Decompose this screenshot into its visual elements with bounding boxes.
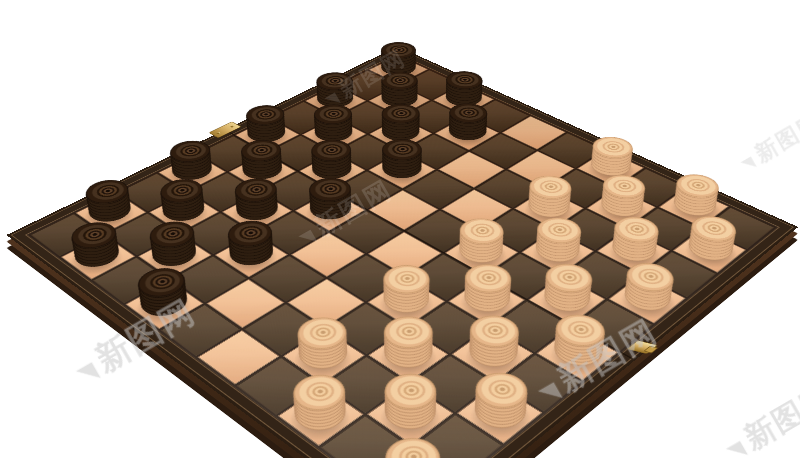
- dark-piece[interactable]: [221, 237, 282, 274]
- dark-piece[interactable]: [374, 155, 429, 185]
- light-piece[interactable]: [375, 453, 451, 458]
- photo-scene: [0, 0, 800, 458]
- dark-piece[interactable]: [67, 239, 128, 276]
- board-grid: [28, 54, 777, 458]
- light-piece[interactable]: [464, 389, 535, 439]
- board-cell-light[interactable]: [537, 326, 618, 380]
- board-face: [6, 46, 798, 458]
- light-piece[interactable]: [679, 232, 739, 268]
- draughts-board: [6, 46, 798, 458]
